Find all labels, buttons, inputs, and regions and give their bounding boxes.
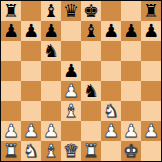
- square-e8[interactable]: ♚: [81, 1, 101, 21]
- piece-white-pawn[interactable]: ♟: [143, 121, 159, 141]
- square-e1[interactable]: ♜: [81, 141, 101, 161]
- square-f4[interactable]: [101, 81, 121, 101]
- piece-black-bishop[interactable]: ♝: [83, 21, 99, 41]
- square-f6[interactable]: [101, 41, 121, 61]
- square-g5[interactable]: [121, 61, 141, 81]
- piece-white-pawn[interactable]: ♟: [123, 121, 139, 141]
- square-c7[interactable]: ♟: [41, 21, 61, 41]
- square-f8[interactable]: [101, 1, 121, 21]
- square-c5[interactable]: [41, 61, 61, 81]
- piece-white-rook[interactable]: ♜: [83, 141, 99, 161]
- square-b1[interactable]: ♞: [21, 141, 41, 161]
- chess-board: ♜♝♛♚♜♟♟♟♝♟♟♟♞♟♟♞♝♞♟♟♟♟♟♟♜♞♝♛♜♚: [0, 0, 162, 162]
- piece-black-pawn[interactable]: ♟: [23, 21, 39, 41]
- square-g1[interactable]: ♚: [121, 141, 141, 161]
- square-g4[interactable]: [121, 81, 141, 101]
- square-d6[interactable]: [61, 41, 81, 61]
- square-a6[interactable]: [1, 41, 21, 61]
- square-e5[interactable]: [81, 61, 101, 81]
- piece-black-bishop[interactable]: ♝: [43, 1, 59, 21]
- piece-black-knight[interactable]: ♞: [83, 81, 99, 101]
- piece-black-pawn[interactable]: ♟: [123, 21, 139, 41]
- piece-black-knight[interactable]: ♞: [43, 41, 59, 61]
- piece-black-pawn[interactable]: ♟: [43, 21, 59, 41]
- square-h4[interactable]: [141, 81, 161, 101]
- square-g7[interactable]: ♟: [121, 21, 141, 41]
- square-c8[interactable]: ♝: [41, 1, 61, 21]
- square-h8[interactable]: ♜: [141, 1, 161, 21]
- piece-white-pawn[interactable]: ♟: [23, 121, 39, 141]
- piece-white-knight[interactable]: ♞: [23, 141, 39, 161]
- square-d5[interactable]: ♟: [61, 61, 81, 81]
- square-d4[interactable]: ♟: [61, 81, 81, 101]
- piece-white-rook[interactable]: ♜: [3, 141, 19, 161]
- square-a5[interactable]: [1, 61, 21, 81]
- square-c6[interactable]: ♞: [41, 41, 61, 61]
- square-e7[interactable]: ♝: [81, 21, 101, 41]
- piece-black-pawn[interactable]: ♟: [63, 61, 79, 81]
- piece-black-queen[interactable]: ♛: [63, 1, 79, 21]
- square-f5[interactable]: [101, 61, 121, 81]
- square-a4[interactable]: [1, 81, 21, 101]
- square-h5[interactable]: [141, 61, 161, 81]
- square-d1[interactable]: ♛: [61, 141, 81, 161]
- square-h3[interactable]: [141, 101, 161, 121]
- square-d3[interactable]: ♝: [61, 101, 81, 121]
- square-g6[interactable]: [121, 41, 141, 61]
- square-e6[interactable]: [81, 41, 101, 61]
- square-d2[interactable]: [61, 121, 81, 141]
- square-h7[interactable]: ♟: [141, 21, 161, 41]
- square-d8[interactable]: ♛: [61, 1, 81, 21]
- square-b6[interactable]: [21, 41, 41, 61]
- square-e2[interactable]: [81, 121, 101, 141]
- square-b8[interactable]: [21, 1, 41, 21]
- square-g8[interactable]: [121, 1, 141, 21]
- square-a8[interactable]: ♜: [1, 1, 21, 21]
- piece-black-king[interactable]: ♚: [83, 1, 99, 21]
- piece-white-bishop[interactable]: ♝: [43, 141, 59, 161]
- square-f7[interactable]: ♟: [101, 21, 121, 41]
- square-e3[interactable]: [81, 101, 101, 121]
- square-h2[interactable]: ♟: [141, 121, 161, 141]
- piece-black-rook[interactable]: ♜: [143, 1, 159, 21]
- square-a1[interactable]: ♜: [1, 141, 21, 161]
- piece-black-pawn[interactable]: ♟: [3, 21, 19, 41]
- square-f2[interactable]: ♟: [101, 121, 121, 141]
- square-c2[interactable]: ♟: [41, 121, 61, 141]
- square-h6[interactable]: [141, 41, 161, 61]
- square-g3[interactable]: [121, 101, 141, 121]
- square-b5[interactable]: [21, 61, 41, 81]
- square-f3[interactable]: ♞: [101, 101, 121, 121]
- piece-white-knight[interactable]: ♞: [103, 101, 119, 121]
- piece-white-pawn[interactable]: ♟: [63, 81, 79, 101]
- square-b4[interactable]: [21, 81, 41, 101]
- square-h1[interactable]: [141, 141, 161, 161]
- square-b3[interactable]: [21, 101, 41, 121]
- square-c1[interactable]: ♝: [41, 141, 61, 161]
- piece-white-pawn[interactable]: ♟: [103, 121, 119, 141]
- square-e4[interactable]: ♞: [81, 81, 101, 101]
- square-b7[interactable]: ♟: [21, 21, 41, 41]
- piece-white-bishop[interactable]: ♝: [63, 101, 79, 121]
- square-a7[interactable]: ♟: [1, 21, 21, 41]
- square-g2[interactable]: ♟: [121, 121, 141, 141]
- square-d7[interactable]: [61, 21, 81, 41]
- square-a3[interactable]: [1, 101, 21, 121]
- square-f1[interactable]: [101, 141, 121, 161]
- piece-white-pawn[interactable]: ♟: [3, 121, 19, 141]
- piece-black-pawn[interactable]: ♟: [143, 21, 159, 41]
- square-c4[interactable]: [41, 81, 61, 101]
- piece-white-queen[interactable]: ♛: [63, 141, 79, 161]
- square-a2[interactable]: ♟: [1, 121, 21, 141]
- square-b2[interactable]: ♟: [21, 121, 41, 141]
- piece-black-rook[interactable]: ♜: [3, 1, 19, 21]
- square-c3[interactable]: [41, 101, 61, 121]
- piece-black-pawn[interactable]: ♟: [103, 21, 119, 41]
- piece-white-pawn[interactable]: ♟: [43, 121, 59, 141]
- piece-white-king[interactable]: ♚: [123, 141, 139, 161]
